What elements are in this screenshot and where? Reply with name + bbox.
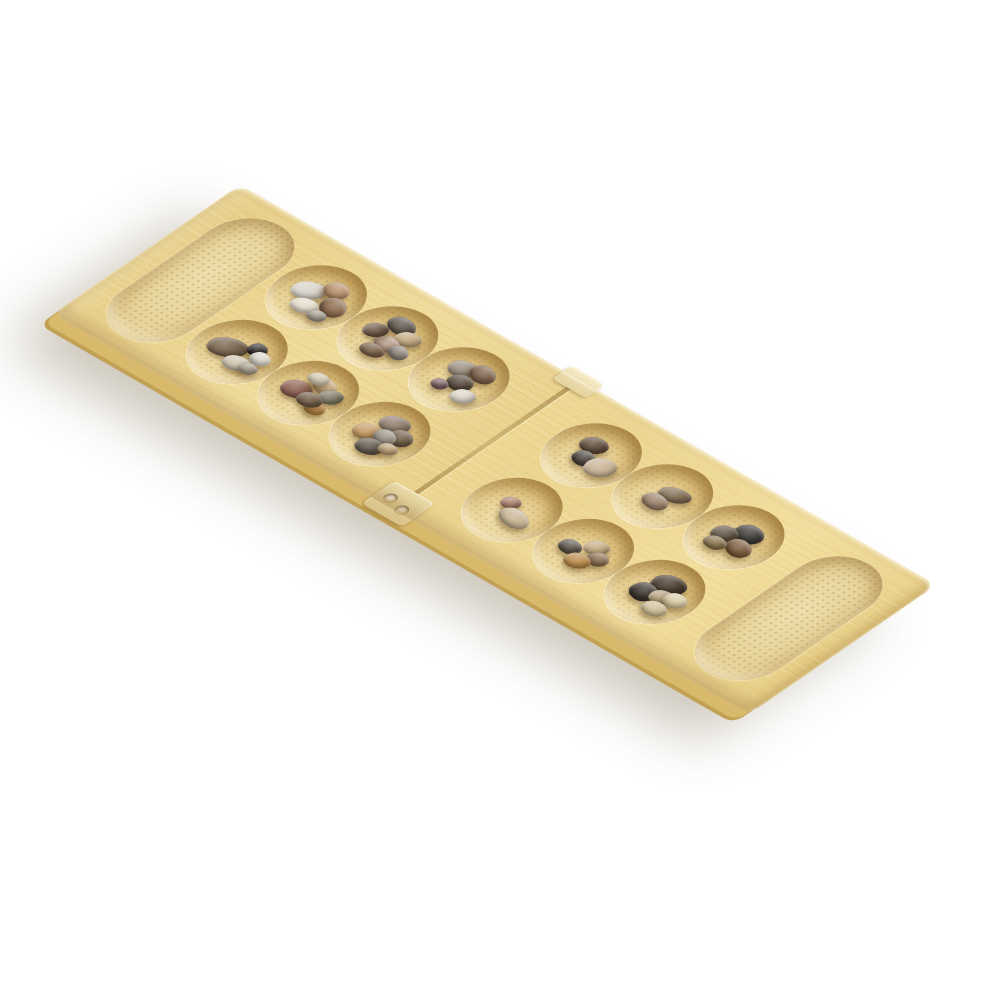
hinge-hole-icon — [380, 492, 401, 505]
board-right-half — [395, 382, 936, 715]
pebble — [445, 386, 480, 406]
photo-background — [0, 0, 1000, 1000]
pebble — [494, 504, 536, 533]
mancala-board — [53, 185, 936, 714]
hinge-hole-icon — [391, 504, 412, 517]
